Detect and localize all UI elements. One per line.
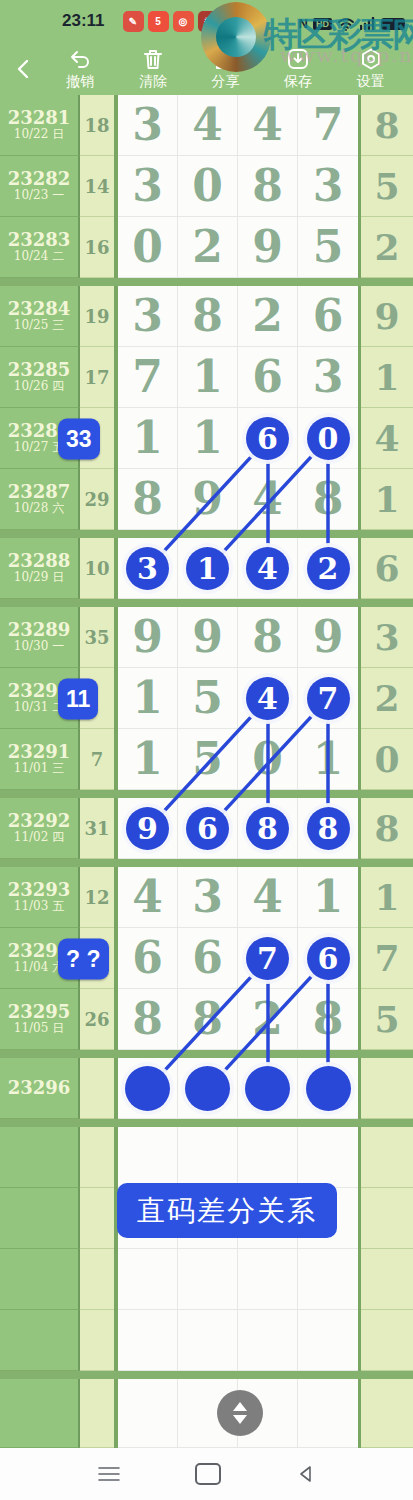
sum-value: 14 bbox=[84, 176, 109, 197]
digit-cell[interactable]: 8 bbox=[238, 156, 298, 217]
digit-cell[interactable]: 9 bbox=[178, 607, 238, 668]
period-number: 23288 bbox=[8, 551, 71, 572]
tail-digit: 5 bbox=[374, 998, 399, 1040]
digit-cell[interactable]: 0 bbox=[118, 217, 178, 278]
digit-cell[interactable]: 2 bbox=[178, 217, 238, 278]
draw-date: 11/04 六 bbox=[14, 961, 64, 975]
period-cell bbox=[0, 1127, 80, 1188]
draw-date: 11/03 五 bbox=[14, 900, 64, 914]
sum-cell: 17 bbox=[80, 347, 114, 408]
digit-cell[interactable]: 8 bbox=[298, 989, 358, 1050]
digit-cell[interactable]: 4 bbox=[238, 668, 298, 729]
digit-cell[interactable]: 4 bbox=[238, 95, 298, 156]
sum-cell bbox=[80, 1310, 114, 1371]
back-chevron-icon bbox=[13, 58, 35, 80]
digit-cell[interactable]: 6 bbox=[298, 286, 358, 347]
digit: 6 bbox=[132, 936, 163, 980]
save-icon bbox=[286, 47, 310, 71]
digit-cell[interactable] bbox=[118, 1249, 178, 1310]
digit-cell[interactable]: 8 bbox=[238, 607, 298, 668]
clear-label: 清除 bbox=[139, 73, 167, 91]
draw-date: 10/24 二 bbox=[14, 250, 64, 264]
tail-digit-cell bbox=[361, 1058, 413, 1119]
digit-cell[interactable]: 9 bbox=[298, 607, 358, 668]
digit-cell[interactable] bbox=[238, 1127, 298, 1188]
sum-value: 17 bbox=[84, 367, 109, 388]
digit: 4 bbox=[252, 875, 283, 919]
digit: 1 bbox=[313, 875, 344, 919]
digit: 1 bbox=[192, 416, 223, 460]
save-label: 保存 bbox=[284, 73, 312, 91]
digit-cell[interactable]: 3 bbox=[118, 156, 178, 217]
digit-cell[interactable]: 4 bbox=[238, 867, 298, 928]
draw-date: 10/29 日 bbox=[14, 571, 64, 585]
period-cell bbox=[0, 1310, 80, 1371]
period-cell: 23282 10/23 一 bbox=[0, 156, 80, 217]
digit-cell[interactable] bbox=[298, 1310, 358, 1371]
sum-value: 7 bbox=[91, 749, 104, 770]
digit-cell[interactable]: 9 bbox=[118, 798, 178, 859]
period-cell bbox=[0, 1249, 80, 1310]
tail-digit-cell: 6 bbox=[361, 538, 413, 599]
table-row bbox=[0, 1379, 413, 1448]
period-cell: 23284 10/25 三 bbox=[0, 286, 80, 347]
notification-app-icon-4: 头 bbox=[198, 11, 219, 32]
tail-digit-cell bbox=[361, 1310, 413, 1371]
sum-value: 26 bbox=[84, 1009, 109, 1030]
scroll-up-icon bbox=[233, 1402, 247, 1411]
digit: 1 bbox=[132, 676, 163, 720]
digit-cell[interactable]: 1 bbox=[178, 538, 238, 599]
draw-date: 10/26 四 bbox=[14, 380, 64, 394]
digit: 4 bbox=[252, 103, 283, 147]
digit-cell[interactable] bbox=[178, 1249, 238, 1310]
period-cell: 23283 10/24 二 bbox=[0, 217, 80, 278]
sum-cell bbox=[80, 1249, 114, 1310]
tail-digit-cell bbox=[361, 1249, 413, 1310]
group-separator bbox=[0, 278, 413, 286]
digit-cell[interactable]: 3 bbox=[178, 867, 238, 928]
table-row: 23281 10/22 日 18 3 4 4 7 8 bbox=[0, 95, 413, 156]
circled-digit: 2 bbox=[307, 547, 350, 590]
digit-cell[interactable]: 6 bbox=[238, 408, 298, 469]
table-row: 23290 10/31 二 1 5 4 7 2 11 bbox=[0, 668, 413, 729]
digit: 7 bbox=[313, 103, 344, 147]
table-row: 23292 11/02 四 31 9 6 8 8 8 bbox=[0, 798, 413, 859]
tail-digit-cell: 1 bbox=[361, 469, 413, 530]
settings-button[interactable]: 设置 bbox=[357, 47, 385, 91]
notification-icons: ✎ 5 ◎ 头 bbox=[123, 11, 219, 32]
trash-icon bbox=[141, 47, 165, 71]
sum-cell: 12 bbox=[80, 867, 114, 928]
scroll-handle-button[interactable] bbox=[217, 1390, 263, 1436]
scroll-down-icon bbox=[233, 1415, 247, 1424]
digit-cell[interactable]: 2 bbox=[238, 286, 298, 347]
digit-cell[interactable]: 3 bbox=[298, 156, 358, 217]
tail-digit-cell: 8 bbox=[361, 798, 413, 859]
status-bar: 23:11 ✎ 5 ◎ 头 N HD bbox=[0, 0, 413, 42]
digit-cell[interactable] bbox=[298, 1058, 358, 1119]
digit-cell[interactable]: 8 bbox=[118, 469, 178, 530]
digit: 8 bbox=[192, 294, 223, 338]
period-cell: 23295 11/05 日 bbox=[0, 989, 80, 1050]
save-button[interactable]: 保存 bbox=[284, 47, 312, 91]
sum-cell: 19 bbox=[80, 286, 114, 347]
sum-cell bbox=[80, 1188, 114, 1249]
digit: 1 bbox=[313, 737, 344, 781]
circled-digit: 7 bbox=[307, 677, 350, 720]
undo-icon bbox=[68, 47, 92, 71]
digit-cell[interactable]: 1 bbox=[118, 729, 178, 790]
digit-cell[interactable]: 6 bbox=[178, 928, 238, 989]
sum-cell: 31 bbox=[80, 798, 114, 859]
period-cell: 23296 bbox=[0, 1058, 80, 1119]
digit-cell[interactable]: 0 bbox=[238, 729, 298, 790]
sum-value: 12 bbox=[84, 887, 109, 908]
digit-cell[interactable] bbox=[118, 1058, 178, 1119]
period-number: 23292 bbox=[8, 811, 71, 832]
digit-cell[interactable]: 1 bbox=[178, 408, 238, 469]
sum-cell: 14 bbox=[80, 156, 114, 217]
digit-cell[interactable]: 2 bbox=[298, 538, 358, 599]
digit: 4 bbox=[192, 103, 223, 147]
table-row: 23288 10/29 日 10 3 1 4 2 6 bbox=[0, 538, 413, 599]
tail-digit: 0 bbox=[374, 738, 399, 780]
digit-cell[interactable]: 8 bbox=[298, 469, 358, 530]
tail-digit-cell: 2 bbox=[361, 217, 413, 278]
digit-cell[interactable]: 6 bbox=[238, 347, 298, 408]
digit-cell[interactable]: 4 bbox=[178, 95, 238, 156]
digit-cell[interactable]: 6 bbox=[298, 928, 358, 989]
tail-digit-cell: 0 bbox=[361, 729, 413, 790]
sum-value: 18 bbox=[84, 115, 109, 136]
tail-digit: 2 bbox=[374, 226, 399, 268]
draw-date: 11/02 四 bbox=[14, 831, 64, 845]
period-cell bbox=[0, 1379, 80, 1448]
draw-date: 10/28 六 bbox=[14, 502, 64, 516]
group-separator bbox=[0, 530, 413, 538]
group-separator bbox=[0, 599, 413, 607]
digit-cell[interactable] bbox=[118, 1379, 178, 1448]
digit-cell[interactable]: 1 bbox=[178, 347, 238, 408]
table-row: 23289 10/30 一 35 9 9 8 9 3 bbox=[0, 607, 413, 668]
draw-date: 11/01 三 bbox=[14, 762, 64, 776]
period-cell: 23288 10/29 日 bbox=[0, 538, 80, 599]
draw-date: 10/30 一 bbox=[14, 640, 64, 654]
digit: 8 bbox=[132, 477, 163, 521]
tail-digit: 1 bbox=[374, 478, 399, 520]
toolbar: 撤销 清除 分享 保存 设置 bbox=[0, 42, 413, 95]
tail-digit: 8 bbox=[374, 807, 399, 849]
sum-cell: 16 bbox=[80, 217, 114, 278]
system-status-icons: N HD bbox=[299, 16, 405, 31]
sum-cell bbox=[80, 1058, 114, 1119]
period-number: 23293 bbox=[8, 880, 71, 901]
sum-cell: 18 bbox=[80, 95, 114, 156]
draw-date: 10/22 日 bbox=[14, 128, 64, 142]
digit: 5 bbox=[192, 676, 223, 720]
table-row bbox=[0, 1127, 413, 1188]
draw-date: 10/27 五 bbox=[14, 441, 64, 455]
period-number: 23281 bbox=[8, 108, 71, 129]
digit: 6 bbox=[192, 936, 223, 980]
notification-app-icon-3: ◎ bbox=[173, 11, 194, 32]
digit-cell[interactable]: 1 bbox=[298, 867, 358, 928]
tail-digit: 5 bbox=[374, 165, 399, 207]
circled-digit: 6 bbox=[246, 417, 289, 460]
table-row: 23296 bbox=[0, 1058, 413, 1119]
undo-label: 撤销 bbox=[66, 73, 94, 91]
signal-icon bbox=[360, 17, 376, 30]
table-row: 23286 10/27 五 1 1 6 0 4 33 bbox=[0, 408, 413, 469]
period-number: 23282 bbox=[8, 169, 71, 190]
trend-chart-grid: 23281 10/22 日 18 3 4 4 7 8 23282 10/23 一… bbox=[0, 95, 413, 1448]
digit-cell[interactable] bbox=[118, 1310, 178, 1371]
digit: 7 bbox=[132, 355, 163, 399]
notification-app-icon-1: ✎ bbox=[123, 11, 144, 32]
tail-digit-cell: 5 bbox=[361, 989, 413, 1050]
digit-cell[interactable]: 8 bbox=[298, 798, 358, 859]
battery-icon bbox=[381, 18, 405, 30]
digit-cell[interactable]: 7 bbox=[238, 928, 298, 989]
tail-digit-cell: 3 bbox=[361, 607, 413, 668]
digit-cell[interactable] bbox=[118, 1127, 178, 1188]
digit: 1 bbox=[192, 355, 223, 399]
digit: 0 bbox=[132, 225, 163, 269]
digit-cell[interactable] bbox=[298, 1249, 358, 1310]
digit-cell[interactable]: 6 bbox=[178, 798, 238, 859]
android-nav-bar bbox=[0, 1448, 413, 1500]
digit: 2 bbox=[252, 997, 283, 1041]
share-label: 分享 bbox=[211, 73, 239, 91]
chart-title-badge[interactable]: 直码差分关系 bbox=[117, 1183, 337, 1238]
hand-note-badge[interactable]: 33 bbox=[58, 418, 100, 459]
digit-cell[interactable]: 2 bbox=[238, 989, 298, 1050]
tail-digit-cell bbox=[361, 1127, 413, 1188]
tail-digit-cell: 9 bbox=[361, 286, 413, 347]
digit-cell[interactable]: 4 bbox=[238, 538, 298, 599]
hand-note-badge[interactable]: ? ? bbox=[58, 938, 109, 979]
digit-cell[interactable]: 9 bbox=[118, 607, 178, 668]
digit-cell[interactable]: 6 bbox=[118, 928, 178, 989]
tail-digit-cell: 5 bbox=[361, 156, 413, 217]
digit: 8 bbox=[252, 164, 283, 208]
digit-cell[interactable]: 7 bbox=[298, 668, 358, 729]
digit-cell[interactable]: 1 bbox=[118, 408, 178, 469]
clock: 23:11 bbox=[62, 11, 105, 31]
table-row bbox=[0, 1249, 413, 1310]
digit-cell[interactable]: 8 bbox=[118, 989, 178, 1050]
digit: 8 bbox=[313, 477, 344, 521]
digit-cell[interactable] bbox=[178, 1310, 238, 1371]
table-row: 23285 10/26 四 17 7 1 6 3 1 bbox=[0, 347, 413, 408]
hd-icon: HD bbox=[313, 18, 332, 30]
digit-cell[interactable]: 3 bbox=[118, 538, 178, 599]
digit: 9 bbox=[192, 477, 223, 521]
prediction-dot bbox=[125, 1066, 170, 1111]
digit-cell[interactable] bbox=[298, 1379, 358, 1448]
table-row: 23295 11/05 日 26 8 8 2 8 5 bbox=[0, 989, 413, 1050]
digit: 6 bbox=[252, 355, 283, 399]
tail-digit-cell: 2 bbox=[361, 668, 413, 729]
table-row: 23282 10/23 一 14 3 0 8 3 5 bbox=[0, 156, 413, 217]
group-separator bbox=[0, 1371, 413, 1379]
period-cell: 23292 11/02 四 bbox=[0, 798, 80, 859]
tail-digit-cell: 1 bbox=[361, 347, 413, 408]
tail-digit: 6 bbox=[374, 547, 399, 589]
tail-digit: 1 bbox=[374, 876, 399, 918]
digit-cell[interactable] bbox=[238, 1249, 298, 1310]
period-number: 23291 bbox=[8, 742, 71, 763]
digit: 3 bbox=[313, 164, 344, 208]
sum-value: 29 bbox=[84, 489, 109, 510]
table-row: 23283 10/24 二 16 0 2 9 5 2 bbox=[0, 217, 413, 278]
sum-cell: 10 bbox=[80, 538, 114, 599]
period-cell: 23291 11/01 三 bbox=[0, 729, 80, 790]
digit-cell[interactable]: 8 bbox=[178, 989, 238, 1050]
circled-digit: 4 bbox=[246, 677, 289, 720]
digit: 9 bbox=[313, 615, 344, 659]
clear-button[interactable]: 清除 bbox=[139, 47, 167, 91]
circled-digit: 7 bbox=[246, 937, 289, 980]
digit: 3 bbox=[192, 875, 223, 919]
tail-digit: 4 bbox=[374, 417, 399, 459]
sum-cell bbox=[80, 1379, 114, 1448]
period-number: 23295 bbox=[8, 1002, 71, 1023]
circled-digit: 8 bbox=[307, 807, 350, 850]
tail-digit: 1 bbox=[374, 356, 399, 398]
period-cell: 23281 10/22 日 bbox=[0, 95, 80, 156]
digit-cell[interactable]: 3 bbox=[118, 95, 178, 156]
tail-digit-cell: 8 bbox=[361, 95, 413, 156]
tail-digit-cell: 7 bbox=[361, 928, 413, 989]
digit-cell[interactable]: 5 bbox=[178, 668, 238, 729]
digit-cell[interactable]: 0 bbox=[298, 408, 358, 469]
group-separator bbox=[0, 1050, 413, 1058]
digit-cell[interactable]: 3 bbox=[118, 286, 178, 347]
settings-label: 设置 bbox=[357, 73, 385, 91]
digit: 8 bbox=[252, 615, 283, 659]
digit-cell[interactable]: 8 bbox=[178, 286, 238, 347]
table-row: 23284 10/25 三 19 3 8 2 6 9 bbox=[0, 286, 413, 347]
digit: 9 bbox=[132, 615, 163, 659]
circled-digit: 6 bbox=[186, 807, 229, 850]
digit-cell[interactable]: 5 bbox=[298, 217, 358, 278]
digit-cell[interactable] bbox=[178, 1127, 238, 1188]
table-row: 23294 11/04 六 6 6 7 6 7 ? ? bbox=[0, 928, 413, 989]
digit: 6 bbox=[313, 294, 344, 338]
digit-cell[interactable]: 9 bbox=[238, 217, 298, 278]
wifi-icon bbox=[337, 17, 355, 31]
tail-digit: 2 bbox=[374, 677, 399, 719]
circled-digit: 8 bbox=[246, 807, 289, 850]
back-nav-icon[interactable] bbox=[296, 1464, 316, 1484]
digit: 1 bbox=[132, 416, 163, 460]
sum-cell bbox=[80, 1127, 114, 1188]
circled-digit: 9 bbox=[126, 807, 169, 850]
digit: 8 bbox=[192, 997, 223, 1041]
sum-value: 19 bbox=[84, 306, 109, 327]
digit: 3 bbox=[313, 355, 344, 399]
period-cell: 23293 11/03 五 bbox=[0, 867, 80, 928]
group-separator bbox=[0, 859, 413, 867]
recents-icon[interactable] bbox=[97, 1464, 121, 1484]
digit: 8 bbox=[132, 997, 163, 1041]
digit: 8 bbox=[313, 997, 344, 1041]
period-cell bbox=[0, 1188, 80, 1249]
digit-cell[interactable] bbox=[238, 1310, 298, 1371]
digit-cell[interactable]: 8 bbox=[238, 798, 298, 859]
undo-button[interactable]: 撤销 bbox=[66, 47, 94, 91]
digit-cell[interactable]: 4 bbox=[118, 867, 178, 928]
tail-digit-cell bbox=[361, 1188, 413, 1249]
circled-digit: 1 bbox=[186, 547, 229, 590]
prediction-dot bbox=[185, 1066, 230, 1111]
digit: 5 bbox=[192, 737, 223, 781]
digit: 4 bbox=[252, 477, 283, 521]
digit: 2 bbox=[252, 294, 283, 338]
home-icon[interactable] bbox=[195, 1463, 221, 1485]
digit-cell[interactable]: 7 bbox=[298, 95, 358, 156]
notification-app-icon-2: 5 bbox=[148, 11, 169, 32]
period-number: 23289 bbox=[8, 620, 71, 641]
digit-cell[interactable] bbox=[238, 1058, 298, 1119]
sum-cell: 7 bbox=[80, 729, 114, 790]
period-number: 23287 bbox=[8, 482, 71, 503]
digit-cell[interactable]: 5 bbox=[178, 729, 238, 790]
back-button[interactable] bbox=[4, 49, 44, 89]
hand-note-badge[interactable]: 11 bbox=[58, 678, 98, 719]
tail-digit-cell bbox=[361, 1379, 413, 1448]
digit-cell[interactable]: 3 bbox=[298, 347, 358, 408]
sum-cell: 26 bbox=[80, 989, 114, 1050]
table-row: 23293 11/03 五 12 4 3 4 1 1 bbox=[0, 867, 413, 928]
prediction-dot bbox=[306, 1066, 351, 1111]
digit: 2 bbox=[192, 225, 223, 269]
digit: 3 bbox=[132, 103, 163, 147]
share-icon bbox=[213, 47, 237, 71]
digit-cell[interactable]: 7 bbox=[118, 347, 178, 408]
circled-digit: 3 bbox=[126, 547, 169, 590]
nfc-icon: N bbox=[299, 16, 308, 31]
table-row: 23291 11/01 三 7 1 5 0 1 0 bbox=[0, 729, 413, 790]
settings-icon bbox=[359, 47, 383, 71]
digit-cell[interactable] bbox=[298, 1127, 358, 1188]
digit: 0 bbox=[192, 164, 223, 208]
period-cell: 23287 10/28 六 bbox=[0, 469, 80, 530]
sum-value: 10 bbox=[84, 558, 109, 579]
digit-cell[interactable]: 4 bbox=[238, 469, 298, 530]
tail-digit-cell: 4 bbox=[361, 408, 413, 469]
digit: 4 bbox=[132, 875, 163, 919]
circled-digit: 0 bbox=[307, 417, 350, 460]
circled-digit: 6 bbox=[307, 937, 350, 980]
app-screen: 23:11 ✎ 5 ◎ 头 N HD 特区彩票网 www.tqcp.net 撤销 bbox=[0, 0, 413, 1500]
sum-value: 16 bbox=[84, 237, 109, 258]
digit-cell[interactable]: 1 bbox=[118, 668, 178, 729]
group-separator bbox=[0, 790, 413, 798]
digit-cell[interactable]: 0 bbox=[178, 156, 238, 217]
group-separator bbox=[0, 1119, 413, 1127]
share-button[interactable]: 分享 bbox=[211, 47, 239, 91]
period-cell: 23285 10/26 四 bbox=[0, 347, 80, 408]
digit-cell[interactable]: 9 bbox=[178, 469, 238, 530]
digit: 9 bbox=[192, 615, 223, 659]
digit-cell[interactable]: 1 bbox=[298, 729, 358, 790]
tail-digit: 7 bbox=[374, 937, 399, 979]
digit-cell[interactable] bbox=[178, 1058, 238, 1119]
digit: 0 bbox=[252, 737, 283, 781]
